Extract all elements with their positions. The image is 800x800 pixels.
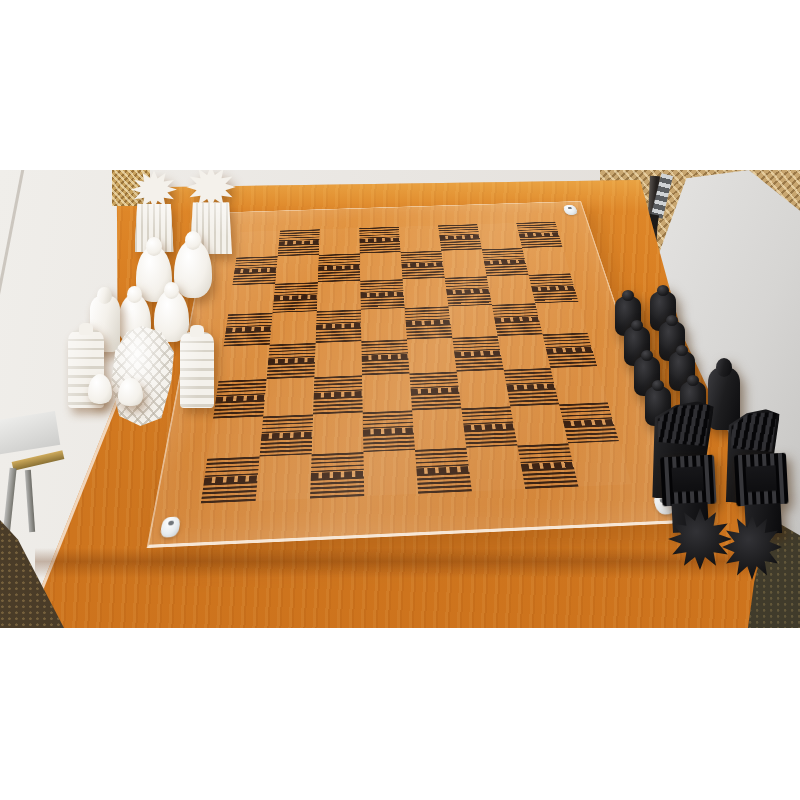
square-f1[interactable] <box>466 446 525 492</box>
white-bishop-piece[interactable] <box>174 240 212 298</box>
square-d1[interactable] <box>363 450 418 496</box>
white-rook-piece[interactable] <box>180 332 214 408</box>
square-c2[interactable] <box>312 412 364 454</box>
side-stool-leg <box>25 470 35 532</box>
square-g6[interactable] <box>487 275 536 305</box>
white-pawn-piece[interactable] <box>88 374 112 404</box>
square-h8[interactable] <box>516 222 562 248</box>
square-b7[interactable] <box>275 255 319 284</box>
square-h2[interactable] <box>559 402 619 443</box>
square-g5[interactable] <box>492 303 543 336</box>
square-a8[interactable] <box>236 231 280 258</box>
square-h7[interactable] <box>522 247 570 275</box>
square-e6[interactable] <box>403 278 449 309</box>
square-a4[interactable] <box>219 345 270 381</box>
square-h5[interactable] <box>535 302 587 335</box>
photo-scene <box>0 170 800 628</box>
square-c1[interactable] <box>310 452 364 498</box>
square-d8[interactable] <box>359 227 400 254</box>
square-f3[interactable] <box>457 370 511 408</box>
table-shadow-band <box>35 548 780 578</box>
square-c4[interactable] <box>314 341 362 377</box>
square-b6[interactable] <box>273 282 318 313</box>
square-c6[interactable] <box>317 281 361 312</box>
square-f2[interactable] <box>461 406 517 448</box>
black-bishop-piece[interactable] <box>734 453 790 536</box>
square-h6[interactable] <box>528 273 578 303</box>
square-a6[interactable] <box>228 283 275 314</box>
square-g4[interactable] <box>498 334 551 369</box>
side-stool-frame <box>12 450 65 470</box>
square-b8[interactable] <box>278 229 320 256</box>
square-f8[interactable] <box>438 224 482 250</box>
square-f4[interactable] <box>452 336 503 371</box>
square-e7[interactable] <box>401 251 445 279</box>
square-a1[interactable] <box>201 457 260 504</box>
square-d5[interactable] <box>361 308 407 341</box>
board-foot-bottom-left <box>159 516 181 537</box>
square-e1[interactable] <box>415 448 472 494</box>
square-f5[interactable] <box>448 305 497 338</box>
square-d6[interactable] <box>360 279 404 310</box>
square-g7[interactable] <box>482 248 529 276</box>
square-d4[interactable] <box>361 339 409 375</box>
square-e5[interactable] <box>405 307 453 340</box>
square-d3[interactable] <box>362 373 412 412</box>
square-e2[interactable] <box>412 408 466 450</box>
square-c3[interactable] <box>313 375 363 414</box>
square-g3[interactable] <box>504 368 559 406</box>
square-b5[interactable] <box>270 311 317 344</box>
white-pawn-piece[interactable] <box>118 378 143 406</box>
square-e8[interactable] <box>399 225 442 252</box>
square-b2[interactable] <box>260 414 314 457</box>
square-f7[interactable] <box>441 249 486 277</box>
letterbox-bottom <box>0 628 800 800</box>
board-grid <box>201 222 632 504</box>
side-stool-top <box>0 411 60 455</box>
black-knight-piece[interactable] <box>708 368 740 430</box>
square-b1[interactable] <box>256 454 312 500</box>
square-a2[interactable] <box>207 416 263 459</box>
square-e3[interactable] <box>409 371 461 410</box>
square-c7[interactable] <box>318 253 360 282</box>
square-h1[interactable] <box>568 441 631 486</box>
square-a7[interactable] <box>232 256 277 285</box>
square-a5[interactable] <box>224 313 273 346</box>
square-c8[interactable] <box>319 228 360 255</box>
square-f6[interactable] <box>445 276 492 306</box>
square-a3[interactable] <box>213 379 266 418</box>
square-d7[interactable] <box>360 252 403 281</box>
square-d2[interactable] <box>363 410 415 452</box>
letterbox-top <box>0 0 800 170</box>
square-e4[interactable] <box>407 338 457 374</box>
square-c5[interactable] <box>316 310 362 343</box>
square-g8[interactable] <box>477 223 522 249</box>
board-foot-top-right <box>563 205 578 215</box>
square-h3[interactable] <box>550 366 607 404</box>
square-b4[interactable] <box>267 343 316 379</box>
square-h4[interactable] <box>543 333 598 368</box>
square-b3[interactable] <box>263 377 314 416</box>
photo-canvas <box>0 0 800 800</box>
